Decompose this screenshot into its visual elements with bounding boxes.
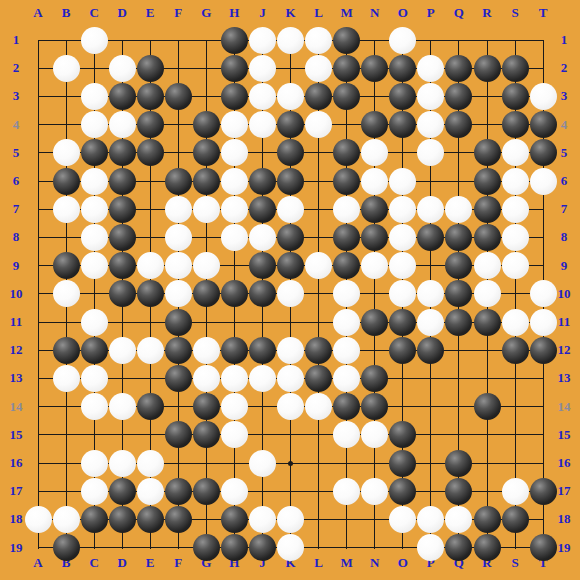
empty-point-B8[interactable] — [53, 224, 80, 251]
empty-point-A16[interactable] — [25, 450, 52, 477]
empty-point-A14[interactable] — [25, 393, 52, 420]
empty-point-R16[interactable] — [474, 450, 501, 477]
stone-white-J8 — [249, 224, 276, 251]
stone-white-S7 — [502, 196, 529, 223]
empty-point-B16[interactable] — [53, 450, 80, 477]
empty-point-T2[interactable] — [530, 55, 557, 82]
stone-black-O15 — [389, 421, 416, 448]
empty-point-E11[interactable] — [137, 309, 164, 336]
stone-black-J7 — [249, 196, 276, 223]
stone-white-K3 — [277, 83, 304, 110]
empty-point-G2[interactable] — [193, 55, 220, 82]
stone-white-D4 — [109, 111, 136, 138]
empty-point-Q14[interactable] — [445, 393, 472, 420]
stone-black-O3 — [389, 83, 416, 110]
stone-black-F6 — [165, 168, 192, 195]
stone-white-A18 — [25, 506, 52, 533]
empty-point-N10[interactable] — [361, 280, 388, 307]
empty-point-A15[interactable] — [25, 421, 52, 448]
stone-white-K12 — [277, 337, 304, 364]
col-label-top-L: L — [308, 6, 330, 20]
empty-point-T16[interactable] — [530, 450, 557, 477]
stone-black-H12 — [221, 337, 248, 364]
stone-white-J2 — [249, 55, 276, 82]
empty-point-D11[interactable] — [109, 309, 136, 336]
empty-point-Q5[interactable] — [445, 139, 472, 166]
stone-black-O4 — [389, 111, 416, 138]
col-label-top-J: J — [252, 6, 274, 20]
col-label-top-K: K — [280, 6, 302, 20]
stone-white-T10 — [530, 280, 557, 307]
stone-black-F13 — [165, 365, 192, 392]
stone-black-M6 — [333, 168, 360, 195]
stone-black-R7 — [474, 196, 501, 223]
stone-black-D6 — [109, 168, 136, 195]
stone-white-P10 — [417, 280, 444, 307]
empty-point-A13[interactable] — [25, 365, 52, 392]
empty-point-A2[interactable] — [25, 55, 52, 82]
stone-black-D9 — [109, 252, 136, 279]
stone-white-K10 — [277, 280, 304, 307]
empty-point-L10[interactable] — [305, 280, 332, 307]
stone-white-L4 — [305, 111, 332, 138]
stone-black-Q17 — [445, 478, 472, 505]
stone-black-T4 — [530, 111, 557, 138]
stone-white-P3 — [417, 83, 444, 110]
empty-point-L11[interactable] — [305, 309, 332, 336]
stone-black-M2 — [333, 55, 360, 82]
stone-black-G17 — [193, 478, 220, 505]
stone-white-C4 — [81, 111, 108, 138]
empty-point-R1[interactable] — [474, 27, 501, 54]
col-label-top-S: S — [504, 6, 526, 20]
stone-black-Q9 — [445, 252, 472, 279]
empty-point-P15[interactable] — [417, 421, 444, 448]
stone-white-P18 — [417, 506, 444, 533]
stone-black-R18 — [474, 506, 501, 533]
stone-white-M13 — [333, 365, 360, 392]
empty-point-N12[interactable] — [361, 337, 388, 364]
stone-white-G9 — [193, 252, 220, 279]
empty-point-F1[interactable] — [165, 27, 192, 54]
empty-point-S10[interactable] — [502, 280, 529, 307]
empty-point-A19[interactable] — [25, 534, 52, 561]
stone-white-M15 — [333, 421, 360, 448]
col-label-top-N: N — [364, 6, 386, 20]
stone-black-J10 — [249, 280, 276, 307]
stone-white-B13 — [53, 365, 80, 392]
stone-black-N8 — [361, 224, 388, 251]
stone-white-B10 — [53, 280, 80, 307]
stone-black-O16 — [389, 450, 416, 477]
col-label-top-R: R — [476, 6, 498, 20]
stone-black-N11 — [361, 309, 388, 336]
stone-black-R11 — [474, 309, 501, 336]
empty-point-A6[interactable] — [25, 168, 52, 195]
stone-white-N17 — [361, 478, 388, 505]
empty-point-P16[interactable] — [417, 450, 444, 477]
stone-white-N15 — [361, 421, 388, 448]
empty-point-A3[interactable] — [25, 83, 52, 110]
stone-black-K9 — [277, 252, 304, 279]
empty-point-C2[interactable] — [81, 55, 108, 82]
empty-point-T18[interactable] — [530, 506, 557, 533]
empty-point-P14[interactable] — [417, 393, 444, 420]
stone-white-M12 — [333, 337, 360, 364]
stone-white-O18 — [389, 506, 416, 533]
empty-point-F16[interactable] — [165, 450, 192, 477]
stone-black-J19 — [249, 534, 276, 561]
stone-black-G19 — [193, 534, 220, 561]
empty-point-C19[interactable] — [81, 534, 108, 561]
empty-point-A12[interactable] — [25, 337, 52, 364]
stone-black-O11 — [389, 309, 416, 336]
empty-point-R12[interactable] — [474, 337, 501, 364]
empty-point-T9[interactable] — [530, 252, 557, 279]
stone-white-G13 — [193, 365, 220, 392]
empty-point-G11[interactable] — [193, 309, 220, 336]
empty-point-G18[interactable] — [193, 506, 220, 533]
empty-point-G1[interactable] — [193, 27, 220, 54]
empty-point-R4[interactable] — [474, 111, 501, 138]
empty-point-K15[interactable] — [277, 421, 304, 448]
empty-point-J5[interactable] — [249, 139, 276, 166]
stone-black-K4 — [277, 111, 304, 138]
stone-white-K13 — [277, 365, 304, 392]
stone-white-G7 — [193, 196, 220, 223]
empty-point-O19[interactable] — [389, 534, 416, 561]
empty-point-F4[interactable] — [165, 111, 192, 138]
empty-point-C10[interactable] — [81, 280, 108, 307]
empty-point-P9[interactable] — [417, 252, 444, 279]
stone-white-P11 — [417, 309, 444, 336]
empty-point-L15[interactable] — [305, 421, 332, 448]
stone-black-H19 — [221, 534, 248, 561]
empty-point-P1[interactable] — [417, 27, 444, 54]
empty-point-T13[interactable] — [530, 365, 557, 392]
stone-white-K19 — [277, 534, 304, 561]
stone-white-P5 — [417, 139, 444, 166]
empty-point-N19[interactable] — [361, 534, 388, 561]
stone-black-E2 — [137, 55, 164, 82]
stone-black-D5 — [109, 139, 136, 166]
stone-white-J16 — [249, 450, 276, 477]
empty-point-J17[interactable] — [249, 478, 276, 505]
stone-white-G12 — [193, 337, 220, 364]
stone-white-L9 — [305, 252, 332, 279]
col-label-top-G: G — [195, 6, 217, 20]
empty-point-T15[interactable] — [530, 421, 557, 448]
empty-point-B15[interactable] — [53, 421, 80, 448]
stone-white-S11 — [502, 309, 529, 336]
empty-point-E7[interactable] — [137, 196, 164, 223]
stone-black-K6 — [277, 168, 304, 195]
empty-point-H16[interactable] — [221, 450, 248, 477]
empty-point-F5[interactable] — [165, 139, 192, 166]
stone-black-K5 — [277, 139, 304, 166]
empty-point-E1[interactable] — [137, 27, 164, 54]
stone-black-G15 — [193, 421, 220, 448]
empty-point-S14[interactable] — [502, 393, 529, 420]
empty-point-F19[interactable] — [165, 534, 192, 561]
empty-point-C15[interactable] — [81, 421, 108, 448]
stone-white-H5 — [221, 139, 248, 166]
stone-white-D2 — [109, 55, 136, 82]
stone-black-H1 — [221, 27, 248, 54]
stone-white-T3 — [530, 83, 557, 110]
stone-black-O2 — [389, 55, 416, 82]
empty-point-A17[interactable] — [25, 478, 52, 505]
empty-point-D1[interactable] — [109, 27, 136, 54]
stone-black-O12 — [389, 337, 416, 364]
stone-white-C11 — [81, 309, 108, 336]
stone-white-P2 — [417, 55, 444, 82]
stone-white-C7 — [81, 196, 108, 223]
empty-point-M16[interactable] — [333, 450, 360, 477]
stone-black-D8 — [109, 224, 136, 251]
empty-point-L16[interactable] — [305, 450, 332, 477]
empty-point-D19[interactable] — [109, 534, 136, 561]
empty-point-K11[interactable] — [277, 309, 304, 336]
stone-black-O17 — [389, 478, 416, 505]
stone-white-Q7 — [445, 196, 472, 223]
empty-point-S19[interactable] — [502, 534, 529, 561]
empty-point-D13[interactable] — [109, 365, 136, 392]
col-label-top-C: C — [83, 6, 105, 20]
col-label-top-A: A — [27, 6, 49, 20]
stone-black-N13 — [361, 365, 388, 392]
empty-point-D15[interactable] — [109, 421, 136, 448]
empty-point-G8[interactable] — [193, 224, 220, 251]
stone-black-N14 — [361, 393, 388, 420]
stone-black-J12 — [249, 337, 276, 364]
stone-black-R8 — [474, 224, 501, 251]
stone-white-O7 — [389, 196, 416, 223]
col-label-top-T: T — [532, 6, 554, 20]
stone-white-C3 — [81, 83, 108, 110]
empty-point-K2[interactable] — [277, 55, 304, 82]
empty-point-B11[interactable] — [53, 309, 80, 336]
empty-point-G3[interactable] — [193, 83, 220, 110]
empty-point-O5[interactable] — [389, 139, 416, 166]
empty-point-L8[interactable] — [305, 224, 332, 251]
stone-white-C1 — [81, 27, 108, 54]
empty-point-S1[interactable] — [502, 27, 529, 54]
empty-point-O13[interactable] — [389, 365, 416, 392]
stone-white-C13 — [81, 365, 108, 392]
empty-point-K16[interactable] — [277, 450, 304, 477]
empty-point-E8[interactable] — [137, 224, 164, 251]
stone-black-Q2 — [445, 55, 472, 82]
empty-point-A5[interactable] — [25, 139, 52, 166]
empty-point-N1[interactable] — [361, 27, 388, 54]
stone-black-G14 — [193, 393, 220, 420]
stone-black-H2 — [221, 55, 248, 82]
empty-point-T7[interactable] — [530, 196, 557, 223]
stone-white-T6 — [530, 168, 557, 195]
col-label-top-H: H — [223, 6, 245, 20]
empty-point-R3[interactable] — [474, 83, 501, 110]
empty-point-M19[interactable] — [333, 534, 360, 561]
stone-white-F10 — [165, 280, 192, 307]
stone-white-H7 — [221, 196, 248, 223]
empty-point-B17[interactable] — [53, 478, 80, 505]
empty-point-L5[interactable] — [305, 139, 332, 166]
empty-point-L17[interactable] — [305, 478, 332, 505]
stone-white-S8 — [502, 224, 529, 251]
empty-point-P6[interactable] — [417, 168, 444, 195]
stone-black-S12 — [502, 337, 529, 364]
stone-black-R2 — [474, 55, 501, 82]
stone-black-T17 — [530, 478, 557, 505]
stone-white-B5 — [53, 139, 80, 166]
empty-point-Q13[interactable] — [445, 365, 472, 392]
empty-point-M18[interactable] — [333, 506, 360, 533]
stone-black-F3 — [165, 83, 192, 110]
stone-black-M8 — [333, 224, 360, 251]
empty-point-A11[interactable] — [25, 309, 52, 336]
stone-black-R19 — [474, 534, 501, 561]
stone-white-E16 — [137, 450, 164, 477]
stone-black-N2 — [361, 55, 388, 82]
empty-point-O14[interactable] — [389, 393, 416, 420]
empty-point-J14[interactable] — [249, 393, 276, 420]
stone-black-D18 — [109, 506, 136, 533]
empty-point-R17[interactable] — [474, 478, 501, 505]
empty-point-E13[interactable] — [137, 365, 164, 392]
stone-white-N9 — [361, 252, 388, 279]
stone-white-S6 — [502, 168, 529, 195]
stone-black-Q4 — [445, 111, 472, 138]
empty-point-L7[interactable] — [305, 196, 332, 223]
empty-point-F14[interactable] — [165, 393, 192, 420]
empty-point-E19[interactable] — [137, 534, 164, 561]
stone-black-K8 — [277, 224, 304, 251]
col-label-top-E: E — [139, 6, 161, 20]
stone-black-J9 — [249, 252, 276, 279]
stone-white-B7 — [53, 196, 80, 223]
empty-point-L18[interactable] — [305, 506, 332, 533]
stone-black-L12 — [305, 337, 332, 364]
stone-white-L14 — [305, 393, 332, 420]
empty-point-E6[interactable] — [137, 168, 164, 195]
stone-white-C14 — [81, 393, 108, 420]
empty-point-Q12[interactable] — [445, 337, 472, 364]
empty-point-K17[interactable] — [277, 478, 304, 505]
stone-white-B18 — [53, 506, 80, 533]
empty-point-B1[interactable] — [53, 27, 80, 54]
empty-point-G16[interactable] — [193, 450, 220, 477]
empty-point-A7[interactable] — [25, 196, 52, 223]
stone-white-C16 — [81, 450, 108, 477]
col-label-top-O: O — [392, 6, 414, 20]
stone-black-C12 — [81, 337, 108, 364]
stone-black-G5 — [193, 139, 220, 166]
stone-white-R10 — [474, 280, 501, 307]
empty-point-J15[interactable] — [249, 421, 276, 448]
empty-point-T8[interactable] — [530, 224, 557, 251]
empty-point-N18[interactable] — [361, 506, 388, 533]
empty-point-Q1[interactable] — [445, 27, 472, 54]
empty-point-Q15[interactable] — [445, 421, 472, 448]
stone-black-D17 — [109, 478, 136, 505]
stone-black-F11 — [165, 309, 192, 336]
empty-point-T14[interactable] — [530, 393, 557, 420]
stone-black-P8 — [417, 224, 444, 251]
stone-white-D14 — [109, 393, 136, 420]
stone-white-E12 — [137, 337, 164, 364]
stone-black-R5 — [474, 139, 501, 166]
empty-point-B4[interactable] — [53, 111, 80, 138]
stone-white-K18 — [277, 506, 304, 533]
empty-point-A9[interactable] — [25, 252, 52, 279]
stone-black-F15 — [165, 421, 192, 448]
empty-point-Q6[interactable] — [445, 168, 472, 195]
stone-black-T12 — [530, 337, 557, 364]
stone-white-C9 — [81, 252, 108, 279]
empty-point-B14[interactable] — [53, 393, 80, 420]
empty-point-E15[interactable] — [137, 421, 164, 448]
stone-black-G4 — [193, 111, 220, 138]
empty-point-S16[interactable] — [502, 450, 529, 477]
empty-point-H11[interactable] — [221, 309, 248, 336]
empty-point-P13[interactable] — [417, 365, 444, 392]
stone-black-S4 — [502, 111, 529, 138]
empty-point-B3[interactable] — [53, 83, 80, 110]
empty-point-N3[interactable] — [361, 83, 388, 110]
empty-point-A1[interactable] — [25, 27, 52, 54]
empty-point-R15[interactable] — [474, 421, 501, 448]
stone-white-J3 — [249, 83, 276, 110]
stone-black-N7 — [361, 196, 388, 223]
stone-black-Q8 — [445, 224, 472, 251]
stone-black-E3 — [137, 83, 164, 110]
stone-black-B6 — [53, 168, 80, 195]
empty-point-T1[interactable] — [530, 27, 557, 54]
empty-point-A10[interactable] — [25, 280, 52, 307]
stone-black-D10 — [109, 280, 136, 307]
stone-white-H6 — [221, 168, 248, 195]
empty-point-M4[interactable] — [333, 111, 360, 138]
stone-black-E10 — [137, 280, 164, 307]
stone-white-D12 — [109, 337, 136, 364]
stone-black-B12 — [53, 337, 80, 364]
empty-point-N16[interactable] — [361, 450, 388, 477]
go-board: AA11BB22CC33DD44EE55FF66GG77HH88JJ99KK10… — [0, 0, 580, 580]
stone-black-R14 — [474, 393, 501, 420]
empty-point-J11[interactable] — [249, 309, 276, 336]
stone-black-Q3 — [445, 83, 472, 110]
stone-white-C17 — [81, 478, 108, 505]
empty-point-H9[interactable] — [221, 252, 248, 279]
stone-black-C18 — [81, 506, 108, 533]
stone-black-G10 — [193, 280, 220, 307]
empty-point-F2[interactable] — [165, 55, 192, 82]
empty-point-L6[interactable] — [305, 168, 332, 195]
col-label-top-P: P — [420, 6, 442, 20]
empty-point-R13[interactable] — [474, 365, 501, 392]
empty-point-S15[interactable] — [502, 421, 529, 448]
empty-point-L19[interactable] — [305, 534, 332, 561]
stone-black-Q16 — [445, 450, 472, 477]
empty-point-P17[interactable] — [417, 478, 444, 505]
stone-white-J4 — [249, 111, 276, 138]
empty-point-S13[interactable] — [502, 365, 529, 392]
empty-point-A4[interactable] — [25, 111, 52, 138]
stone-white-M7 — [333, 196, 360, 223]
stone-white-M17 — [333, 478, 360, 505]
empty-point-A8[interactable] — [25, 224, 52, 251]
